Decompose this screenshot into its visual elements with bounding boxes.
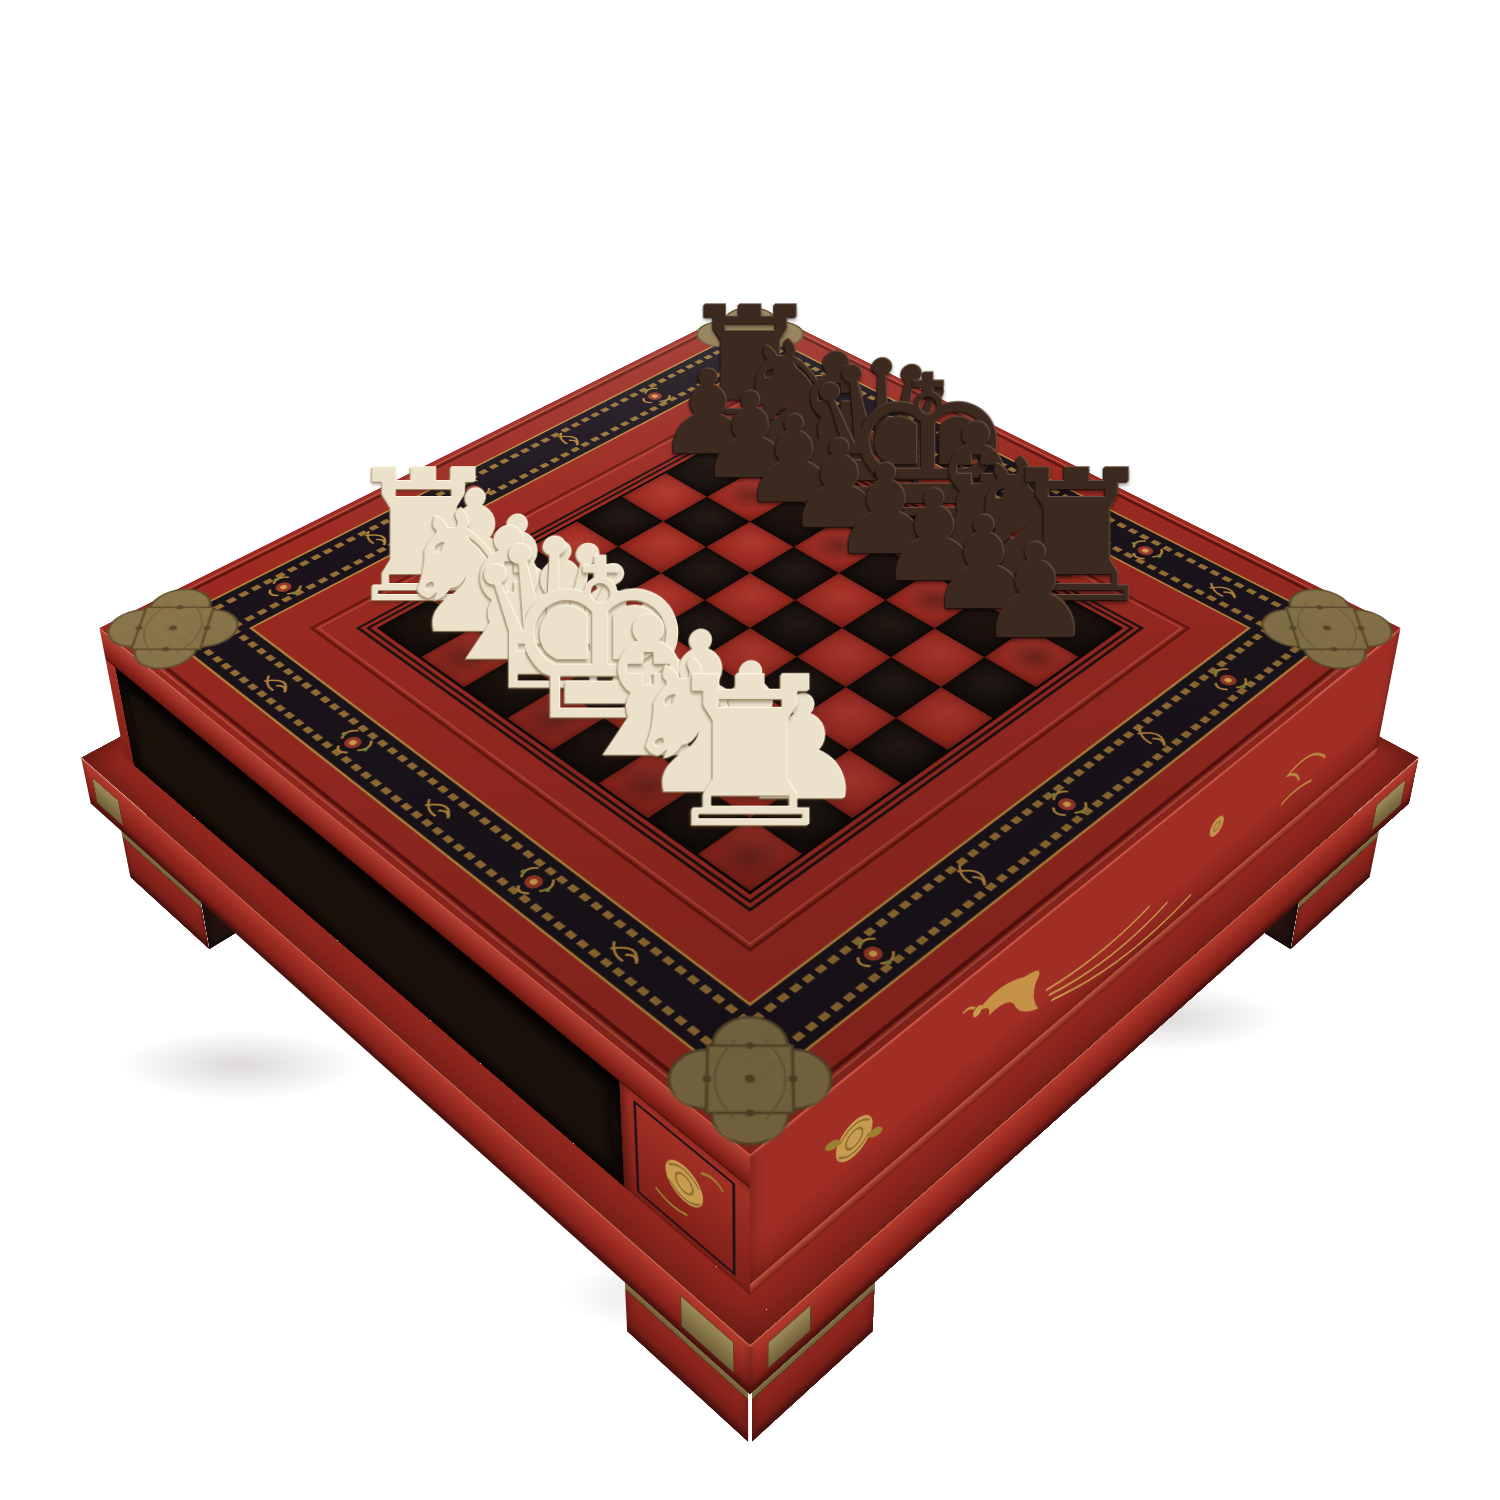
brass-corner-icon (67, 577, 273, 682)
piece-black-pawn[interactable]: ♟ (964, 527, 1106, 657)
brass-corner-icon (638, 998, 862, 1166)
product-photo-scene: ♜♞♝♛♚♝♞♜♟♟♟♟♟♟♟♟♟♟♟♟♟♟♟♟♜♞♝♛♚♝♞♜ (0, 0, 1500, 1500)
floor-shadow (120, 1030, 360, 1100)
brass-corner-icon (1227, 577, 1433, 682)
piece-white-rook[interactable]: ♜ (671, 650, 830, 857)
